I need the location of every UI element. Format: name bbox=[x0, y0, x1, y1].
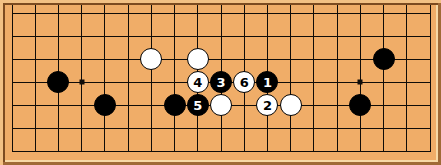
go-board: 123456 bbox=[0, 0, 441, 165]
grid-line-vertical bbox=[174, 5, 175, 152]
black-stone: 3 bbox=[210, 71, 232, 93]
grid-line-vertical bbox=[12, 5, 13, 152]
move-number: 4 bbox=[193, 76, 202, 89]
white-stone: 4 bbox=[187, 71, 209, 93]
grid-line-vertical bbox=[128, 5, 129, 152]
black-stone bbox=[349, 94, 371, 116]
grid-line-vertical bbox=[360, 5, 361, 152]
white-stone bbox=[210, 94, 232, 116]
move-number: 5 bbox=[193, 99, 202, 112]
grid-line-horizontal bbox=[12, 36, 431, 37]
white-stone bbox=[140, 48, 162, 70]
move-number: 2 bbox=[263, 99, 272, 112]
grid-line-horizontal bbox=[12, 128, 431, 129]
move-number: 3 bbox=[216, 76, 225, 89]
black-stone bbox=[164, 94, 186, 116]
grid-line-horizontal bbox=[12, 13, 431, 14]
grid-line-horizontal bbox=[12, 151, 431, 152]
star-point bbox=[79, 80, 84, 85]
star-point bbox=[358, 80, 363, 85]
grid-line-vertical bbox=[313, 5, 314, 152]
black-stone: 1 bbox=[256, 71, 278, 93]
white-stone bbox=[187, 48, 209, 70]
grid-line-vertical bbox=[35, 5, 36, 152]
grid-line-vertical bbox=[406, 5, 407, 152]
grid-line-vertical bbox=[81, 5, 82, 152]
grid-line-vertical bbox=[383, 5, 384, 152]
grid-line-vertical bbox=[430, 5, 431, 152]
black-stone bbox=[94, 94, 116, 116]
move-number: 1 bbox=[263, 76, 272, 89]
move-number: 6 bbox=[240, 76, 249, 89]
black-stone bbox=[373, 48, 395, 70]
black-stone: 5 bbox=[187, 94, 209, 116]
white-stone: 6 bbox=[233, 71, 255, 93]
black-stone bbox=[47, 71, 69, 93]
grid-line-vertical bbox=[104, 5, 105, 152]
grid-line-vertical bbox=[290, 5, 291, 152]
grid-line-vertical bbox=[337, 5, 338, 152]
grid-line-vertical bbox=[151, 5, 152, 152]
white-stone: 2 bbox=[256, 94, 278, 116]
white-stone bbox=[280, 94, 302, 116]
grid-line-horizontal bbox=[12, 59, 431, 60]
